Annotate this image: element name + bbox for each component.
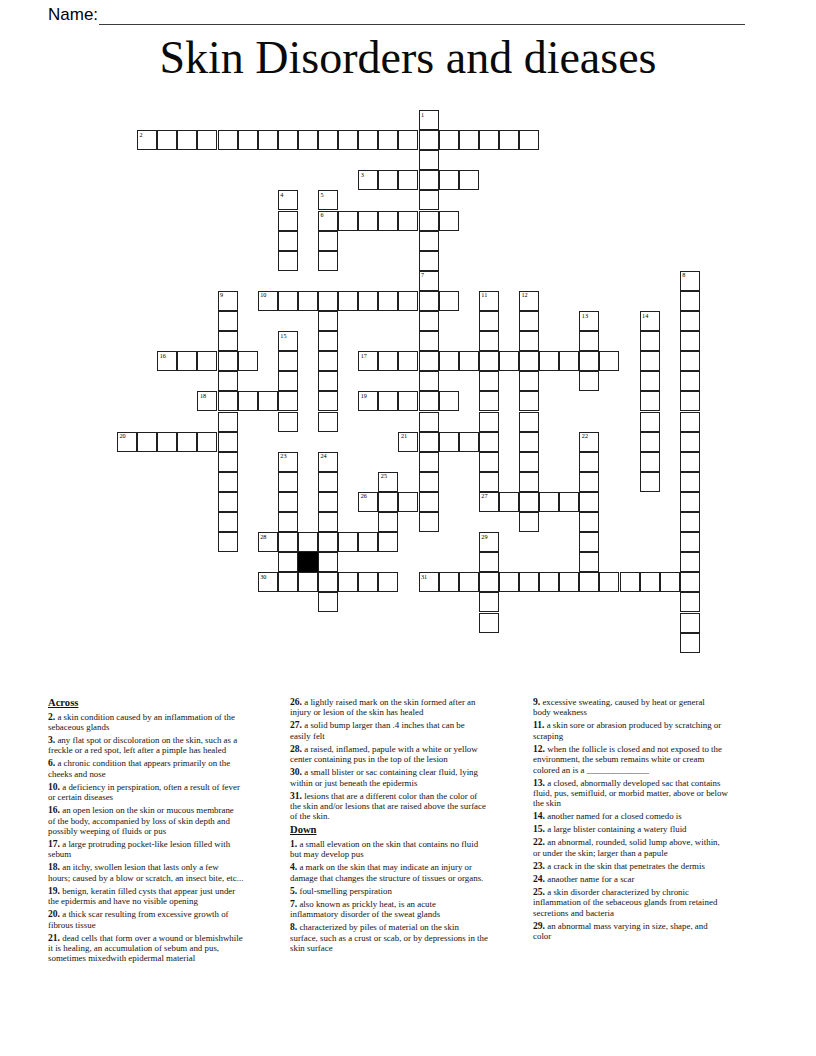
- grid-cell[interactable]: [318, 251, 338, 271]
- grid-cell[interactable]: [419, 492, 439, 512]
- grid-cell[interactable]: [378, 391, 398, 411]
- grid-cell[interactable]: [459, 170, 479, 190]
- grid-cell[interactable]: [559, 351, 579, 371]
- grid-cell[interactable]: [519, 351, 539, 371]
- grid-cell[interactable]: [579, 572, 599, 592]
- grid-cell[interactable]: [338, 130, 358, 150]
- grid-cell[interactable]: [419, 231, 439, 251]
- grid-cell[interactable]: [318, 592, 338, 612]
- grid-cell[interactable]: [559, 572, 579, 592]
- clue-text: characterized by piles of material on th…: [290, 922, 488, 953]
- grid-cell[interactable]: [419, 211, 439, 231]
- grid-cell[interactable]: [479, 572, 499, 592]
- grid-cell[interactable]: [278, 572, 298, 592]
- grid-cell[interactable]: [318, 412, 338, 432]
- grid-cell[interactable]: [318, 311, 338, 331]
- grid-cell[interactable]: [519, 412, 539, 432]
- grid-cell[interactable]: [439, 130, 459, 150]
- grid-cell[interactable]: [278, 351, 298, 371]
- grid-cell[interactable]: [479, 371, 499, 391]
- grid-cell[interactable]: [519, 391, 539, 411]
- grid-cell[interactable]: [318, 532, 338, 552]
- clue-1: 1. a small elevation on the skin that co…: [290, 839, 539, 860]
- grid-cell[interactable]: [378, 130, 398, 150]
- grid-cell[interactable]: 8: [680, 271, 700, 291]
- clue-26: 26. a lightly raised mark on the skin fo…: [290, 697, 539, 718]
- grid-cell[interactable]: [419, 190, 439, 210]
- clue-number: 26: [361, 492, 367, 500]
- grid-cell[interactable]: [318, 492, 338, 512]
- grid-cell[interactable]: [479, 331, 499, 351]
- grid-cell[interactable]: [298, 291, 318, 311]
- grid-cell[interactable]: [479, 592, 499, 612]
- grid-cell[interactable]: [218, 512, 238, 532]
- grid-cell[interactable]: [439, 572, 459, 592]
- grid-cell[interactable]: [660, 572, 680, 592]
- clue-number: 15: [280, 332, 286, 340]
- clue-text: an abnormal, rounded, solid lump above, …: [533, 837, 720, 857]
- grid-cell[interactable]: [519, 512, 539, 532]
- grid-cell[interactable]: [519, 311, 539, 331]
- clue-number: 24: [321, 452, 327, 460]
- grid-cell[interactable]: [338, 532, 358, 552]
- clue-number-label: 19.: [48, 885, 60, 896]
- clue-number-label: 31.: [290, 790, 302, 801]
- grid-cell[interactable]: [318, 231, 338, 251]
- grid-cell[interactable]: [459, 572, 479, 592]
- grid-cell[interactable]: [680, 452, 700, 472]
- grid-cell[interactable]: [358, 572, 378, 592]
- grid-cell[interactable]: [197, 432, 217, 452]
- grid-cell[interactable]: [439, 391, 459, 411]
- grid-cell[interactable]: [680, 613, 700, 633]
- grid-cell[interactable]: [419, 351, 439, 371]
- grid-cell[interactable]: [318, 331, 338, 351]
- grid-cell[interactable]: [398, 351, 418, 371]
- grid-cell[interactable]: [358, 532, 378, 552]
- grid-cell[interactable]: [519, 492, 539, 512]
- grid-cell[interactable]: [439, 432, 459, 452]
- grid-cell[interactable]: [318, 552, 338, 572]
- clue-number-label: 25.: [533, 886, 545, 897]
- grid-cell[interactable]: [640, 351, 660, 371]
- grid-cell[interactable]: [499, 572, 519, 592]
- grid-cell[interactable]: 20: [117, 432, 137, 452]
- grid-cell[interactable]: [680, 552, 700, 572]
- grid-cell[interactable]: [459, 130, 479, 150]
- grid-cell[interactable]: [459, 351, 479, 371]
- clue-number: 3: [361, 171, 364, 179]
- clue-number: 12: [522, 291, 528, 299]
- grid-cell[interactable]: [640, 371, 660, 391]
- grid-cell[interactable]: [680, 532, 700, 552]
- grid-cell[interactable]: [419, 170, 439, 190]
- clue-number: 11: [481, 291, 487, 299]
- grid-cell[interactable]: [238, 351, 258, 371]
- clue-number-label: 26.: [290, 696, 302, 707]
- clue-number: 1: [421, 111, 424, 119]
- clue-number-label: 18.: [48, 861, 60, 872]
- grid-cell[interactable]: [419, 150, 439, 170]
- grid-cell[interactable]: [499, 130, 519, 150]
- grid-cell[interactable]: 7: [419, 271, 439, 291]
- grid-cell[interactable]: [278, 251, 298, 271]
- grid-cell[interactable]: 2: [137, 130, 157, 150]
- clue-text: an abnormal mass varying in size, shape,…: [533, 921, 708, 941]
- grid-cell[interactable]: [378, 512, 398, 532]
- clue-number: 16: [160, 352, 166, 360]
- grid-cell[interactable]: [680, 391, 700, 411]
- grid-cell[interactable]: [197, 130, 217, 150]
- grid-cell[interactable]: [419, 371, 439, 391]
- grid-cell[interactable]: [419, 452, 439, 472]
- grid-cell[interactable]: [419, 432, 439, 452]
- grid-cell[interactable]: [539, 572, 559, 592]
- grid-cell[interactable]: [378, 291, 398, 311]
- grid-cell[interactable]: [218, 472, 238, 492]
- clue-number-label: 17.: [48, 838, 60, 849]
- grid-cell[interactable]: [278, 412, 298, 432]
- grid-cell[interactable]: 6: [318, 211, 338, 231]
- grid-cell[interactable]: [680, 311, 700, 331]
- grid-cell[interactable]: [640, 572, 660, 592]
- grid-cell[interactable]: [378, 170, 398, 190]
- grid-cell[interactable]: [640, 412, 660, 432]
- grid-cell[interactable]: [318, 391, 338, 411]
- grid-cell[interactable]: [378, 572, 398, 592]
- grid-cell[interactable]: [439, 291, 459, 311]
- grid-cell[interactable]: [338, 211, 358, 231]
- grid-cell[interactable]: [419, 472, 439, 492]
- grid-cell[interactable]: [680, 472, 700, 492]
- clue-24: 24. anaother name for a scar: [533, 874, 783, 884]
- grid-cell[interactable]: [157, 130, 177, 150]
- grid-cell[interactable]: [579, 331, 599, 351]
- clue-number: 17: [361, 352, 367, 360]
- grid-cell[interactable]: [559, 492, 579, 512]
- grid-cell[interactable]: [680, 432, 700, 452]
- grid-cell[interactable]: [318, 512, 338, 532]
- grid-cell[interactable]: [398, 492, 418, 512]
- grid-cell[interactable]: [519, 472, 539, 492]
- grid-cell[interactable]: [218, 130, 238, 150]
- grid-cell[interactable]: [519, 452, 539, 472]
- grid-cell[interactable]: [278, 391, 298, 411]
- grid-cell[interactable]: [519, 130, 539, 150]
- clue-number: 7: [421, 271, 424, 279]
- grid-cell[interactable]: [177, 351, 197, 371]
- grid-cell[interactable]: 22: [579, 432, 599, 452]
- grid-cell[interactable]: [278, 472, 298, 492]
- clue-text: a raised, inflamed, papule with a white …: [290, 744, 478, 764]
- clue-text: a large blister containing a watery flui…: [545, 824, 687, 834]
- clue-16: 16. an open lesion on the skin or mucous…: [48, 805, 294, 836]
- grid-cell[interactable]: [258, 391, 278, 411]
- grid-cell[interactable]: [358, 211, 378, 231]
- grid-cell[interactable]: 17: [358, 351, 378, 371]
- grid-cell[interactable]: [218, 331, 238, 351]
- clue-text: a lightly raised mark on the skin formed…: [290, 697, 476, 717]
- grid-cell[interactable]: [318, 371, 338, 391]
- grid-cell[interactable]: [640, 472, 660, 492]
- grid-cell[interactable]: [419, 512, 439, 532]
- grid-cell[interactable]: 13: [579, 311, 599, 331]
- grid-cell[interactable]: [338, 291, 358, 311]
- grid-cell[interactable]: [479, 130, 499, 150]
- grid-cell[interactable]: [398, 130, 418, 150]
- grid-cell[interactable]: 12: [519, 291, 539, 311]
- grid-cell[interactable]: [278, 512, 298, 532]
- clue-text: dead cells that form over a wound or ble…: [48, 933, 243, 964]
- clue-3: 3. any flat spot or discoloration on the…: [48, 735, 294, 756]
- grid-cell[interactable]: 21: [398, 432, 418, 452]
- grid-cell[interactable]: [298, 532, 318, 552]
- grid-cell[interactable]: 11: [479, 291, 499, 311]
- grid-cell[interactable]: [640, 452, 660, 472]
- grid-cell[interactable]: [137, 432, 157, 452]
- grid-cell[interactable]: [640, 331, 660, 351]
- grid-cell[interactable]: [519, 371, 539, 391]
- grid-cell[interactable]: [157, 432, 177, 452]
- clue-number: 14: [642, 312, 648, 320]
- grid-cell[interactable]: [419, 311, 439, 331]
- grid-cell[interactable]: [218, 371, 238, 391]
- grid-cell[interactable]: [579, 351, 599, 371]
- clue-number: 6: [321, 211, 324, 219]
- grid-cell[interactable]: [218, 412, 238, 432]
- clue-number-label: 10.: [48, 781, 60, 792]
- grid-cell[interactable]: [599, 351, 619, 371]
- grid-cell[interactable]: [278, 291, 298, 311]
- grid-cell[interactable]: [238, 130, 258, 150]
- grid-cell[interactable]: [197, 351, 217, 371]
- grid-cell[interactable]: [579, 512, 599, 532]
- grid-cell[interactable]: [680, 351, 700, 371]
- grid-cell[interactable]: [419, 391, 439, 411]
- grid-cell[interactable]: [218, 452, 238, 472]
- grid-cell[interactable]: [177, 130, 197, 150]
- grid-cell[interactable]: [680, 412, 700, 432]
- grid-cell[interactable]: [338, 572, 358, 592]
- grid-cell[interactable]: [278, 211, 298, 231]
- grid-cell[interactable]: 3: [358, 170, 378, 190]
- grid-cell[interactable]: [479, 432, 499, 452]
- clue-text: excessive sweating, caused by heat or ge…: [533, 697, 705, 717]
- grid-cell[interactable]: 4: [278, 190, 298, 210]
- grid-cell[interactable]: [218, 351, 238, 371]
- grid-cell[interactable]: [479, 613, 499, 633]
- grid-cell[interactable]: [278, 552, 298, 572]
- grid-cell[interactable]: [378, 211, 398, 231]
- grid-cell[interactable]: [278, 532, 298, 552]
- grid-cell[interactable]: [278, 130, 298, 150]
- grid-cell[interactable]: 30: [258, 572, 278, 592]
- grid-cell[interactable]: [258, 130, 278, 150]
- grid-cell[interactable]: 19: [358, 391, 378, 411]
- clue-text: a mark on the skin that may indicate an …: [290, 862, 483, 882]
- grid-cell[interactable]: [479, 452, 499, 472]
- grid-cell[interactable]: [378, 492, 398, 512]
- clue-17: 17. a large protruding pocket-like lesio…: [48, 839, 294, 860]
- grid-cell[interactable]: [278, 492, 298, 512]
- grid-cell[interactable]: [680, 572, 700, 592]
- grid-cell[interactable]: [298, 130, 318, 150]
- grid-cell[interactable]: [358, 291, 378, 311]
- clue-column-middle: 26. a lightly raised mark on the skin fo…: [290, 697, 539, 953]
- grid-cell[interactable]: [599, 572, 619, 592]
- grid-cell[interactable]: [218, 311, 238, 331]
- clue-number: 20: [120, 432, 126, 440]
- clue-text: a skin condition caused by an inflammati…: [48, 712, 235, 732]
- clue-14: 14. another named for a closed comedo is: [533, 811, 783, 821]
- grid-cell[interactable]: [218, 391, 238, 411]
- clue-text: a small elevation on the skin that conta…: [290, 839, 478, 859]
- clue-text: an open lesion on the skin or mucous mem…: [48, 805, 234, 836]
- grid-cell[interactable]: 24: [318, 452, 338, 472]
- clue-text: a thick scar resulting from excessive gr…: [48, 909, 229, 929]
- clues-heading-across: Across: [48, 697, 294, 709]
- clue-number: 2: [140, 131, 143, 139]
- grid-cell[interactable]: [640, 432, 660, 452]
- grid-cell[interactable]: [579, 472, 599, 492]
- grid-cell[interactable]: [398, 291, 418, 311]
- clue-number-label: 30.: [290, 766, 302, 777]
- grid-cell[interactable]: [398, 170, 418, 190]
- clue-number: 22: [582, 432, 588, 440]
- clue-23: 23. a crack in the skin that penetrates …: [533, 861, 783, 871]
- grid-cell[interactable]: 16: [157, 351, 177, 371]
- grid-cell[interactable]: [579, 532, 599, 552]
- grid-cell[interactable]: [218, 532, 238, 552]
- clue-number: 13: [582, 312, 588, 320]
- grid-cell[interactable]: [439, 170, 459, 190]
- grid-cell[interactable]: [439, 351, 459, 371]
- grid-cell[interactable]: [640, 391, 660, 411]
- grid-cell[interactable]: [680, 512, 700, 532]
- grid-cell[interactable]: 29: [479, 532, 499, 552]
- grid-cell[interactable]: [680, 371, 700, 391]
- clue-column-down: 9. excessive sweating, caused by heat or…: [533, 697, 783, 941]
- grid-cell[interactable]: [479, 472, 499, 492]
- grid-cell[interactable]: [318, 291, 338, 311]
- grid-cell[interactable]: [177, 432, 197, 452]
- clues-heading-down: Down: [290, 824, 539, 836]
- clue-number: 31: [421, 573, 427, 581]
- grid-cell[interactable]: [378, 532, 398, 552]
- grid-cell[interactable]: [419, 331, 439, 351]
- clue-number: 10: [260, 291, 266, 299]
- clue-text: any flat spot or discoloration on the sk…: [48, 735, 237, 755]
- grid-cell[interactable]: [398, 391, 418, 411]
- grid-cell[interactable]: [479, 311, 499, 331]
- grid-cell[interactable]: [519, 432, 539, 452]
- grid-cell[interactable]: [519, 572, 539, 592]
- grid-cell[interactable]: [238, 391, 258, 411]
- grid-cell[interactable]: [539, 351, 559, 371]
- grid-cell[interactable]: [398, 211, 418, 231]
- clue-20: 20. a thick scar resulting from excessiv…: [48, 909, 294, 930]
- clue-10: 10. a deficiency in perspiration, often …: [48, 782, 294, 803]
- clue-text: foul-smelling perspiration: [297, 886, 392, 896]
- grid-cell[interactable]: [680, 331, 700, 351]
- grid-cell[interactable]: [519, 331, 539, 351]
- clue-18: 18. an itchy, swollen lesion that lasts …: [48, 862, 294, 883]
- grid-cell[interactable]: [218, 432, 238, 452]
- grid-cell[interactable]: [479, 351, 499, 371]
- grid-cell[interactable]: [680, 291, 700, 311]
- grid-cell[interactable]: 25: [378, 472, 398, 492]
- grid-cell[interactable]: [680, 633, 700, 653]
- clue-number: 21: [401, 432, 407, 440]
- clue-text: a solid bump larger than .4 inches that …: [290, 720, 465, 740]
- grid-cell[interactable]: 23: [278, 452, 298, 472]
- grid-cell[interactable]: [579, 492, 599, 512]
- grid-cell[interactable]: [419, 291, 439, 311]
- clue-number-label: 13.: [533, 777, 545, 788]
- grid-cell[interactable]: 31: [419, 572, 439, 592]
- grid-cell[interactable]: 28: [258, 532, 278, 552]
- clue-number: 18: [200, 392, 206, 400]
- grid-cell[interactable]: [278, 371, 298, 391]
- grid-cell[interactable]: [318, 572, 338, 592]
- grid-cell[interactable]: [419, 130, 439, 150]
- grid-cell[interactable]: [318, 472, 338, 492]
- grid-cell[interactable]: [579, 452, 599, 472]
- grid-cell[interactable]: [378, 351, 398, 371]
- grid-cell[interactable]: 15: [278, 331, 298, 351]
- grid-cell[interactable]: [278, 231, 298, 251]
- clue-number: 25: [381, 472, 387, 480]
- grid-cell[interactable]: 26: [358, 492, 378, 512]
- grid-cell[interactable]: [439, 211, 459, 231]
- clue-2: 2. a skin condition caused by an inflamm…: [48, 712, 294, 733]
- grid-cell[interactable]: [499, 492, 519, 512]
- grid-cell[interactable]: [680, 492, 700, 512]
- grid-cell[interactable]: [579, 371, 599, 391]
- grid-cell[interactable]: [218, 492, 238, 512]
- clue-text: a closed, abnormally developed sac that …: [533, 778, 728, 809]
- grid-cell[interactable]: [539, 492, 559, 512]
- grid-cell[interactable]: [419, 412, 439, 432]
- grid-cell[interactable]: [358, 130, 378, 150]
- grid-cell[interactable]: [579, 552, 599, 572]
- grid-cell[interactable]: [499, 351, 519, 371]
- grid-cell[interactable]: 1: [419, 110, 439, 130]
- grid-cell[interactable]: [459, 432, 479, 452]
- grid-cell[interactable]: [298, 572, 318, 592]
- grid-cell[interactable]: [479, 552, 499, 572]
- grid-cell[interactable]: [479, 391, 499, 411]
- grid-cell[interactable]: 27: [479, 492, 499, 512]
- clue-6: 6. a chronic condition that appears prim…: [48, 758, 294, 779]
- grid-cell[interactable]: [318, 130, 338, 150]
- clue-25: 25. a skin disorder characterized by chr…: [533, 887, 783, 918]
- crossword-grid: 1234567891011121314151617181920212223242…: [0, 0, 816, 700]
- clue-5: 5. foul-smelling perspiration: [290, 886, 539, 896]
- grid-cell[interactable]: 5: [318, 190, 338, 210]
- grid-cell[interactable]: 14: [640, 311, 660, 331]
- grid-cell[interactable]: [620, 572, 640, 592]
- grid-cell[interactable]: [680, 592, 700, 612]
- clue-30: 30. a small blister or sac containing cl…: [290, 767, 539, 788]
- grid-cell[interactable]: [318, 351, 338, 371]
- grid-cell[interactable]: [419, 251, 439, 271]
- grid-cell[interactable]: [479, 412, 499, 432]
- grid-cell[interactable]: 9: [218, 291, 238, 311]
- grid-cell[interactable]: 10: [258, 291, 278, 311]
- grid-cell[interactable]: 18: [197, 391, 217, 411]
- clue-28: 28. a raised, inflamed, papule with a wh…: [290, 744, 539, 765]
